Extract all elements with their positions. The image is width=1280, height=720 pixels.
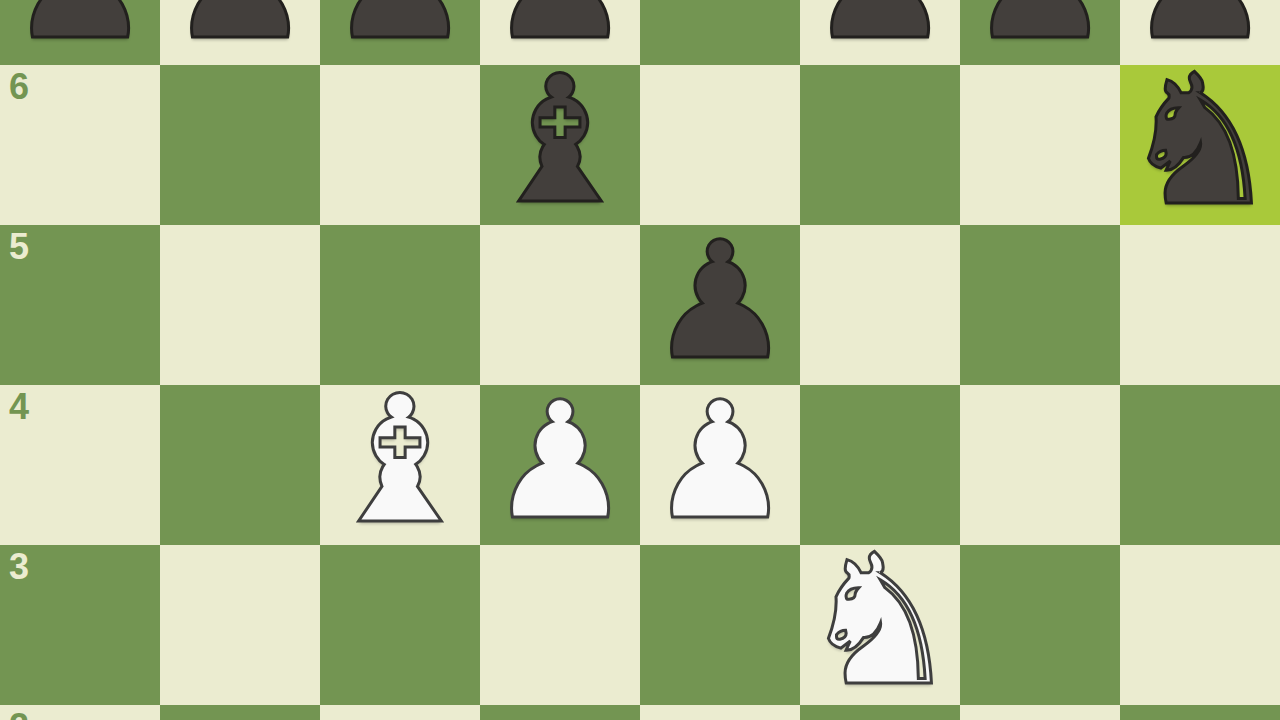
square-g7[interactable]: ♟ <box>960 0 1120 65</box>
square-h3[interactable] <box>1120 545 1280 705</box>
board-viewport: ♟♟♟♟♟♟♟6♝♞5♟4♝♟♟3♞2 <box>0 0 1280 720</box>
rank-label-5: 5 <box>9 229 29 265</box>
rank-label-3: 3 <box>9 549 29 585</box>
square-g3[interactable] <box>960 545 1120 705</box>
square-e4[interactable]: ♟ <box>640 385 800 545</box>
square-b7[interactable]: ♟ <box>160 0 320 65</box>
black-knight[interactable]: ♞ <box>1120 65 1280 225</box>
black-pawn[interactable]: ♟ <box>800 0 960 65</box>
square-c4[interactable]: ♝ <box>320 385 480 545</box>
square-c3[interactable] <box>320 545 480 705</box>
square-f3[interactable]: ♞ <box>800 545 960 705</box>
square-d4[interactable]: ♟ <box>480 385 640 545</box>
square-b2[interactable] <box>160 705 320 720</box>
square-h5[interactable] <box>1120 225 1280 385</box>
square-h6[interactable]: ♞ <box>1120 65 1280 225</box>
square-a2[interactable]: 2 <box>0 705 160 720</box>
square-f6[interactable] <box>800 65 960 225</box>
square-h2[interactable] <box>1120 705 1280 720</box>
square-d2[interactable] <box>480 705 640 720</box>
square-a6[interactable]: 6 <box>0 65 160 225</box>
black-pawn[interactable]: ♟ <box>160 0 320 65</box>
black-pawn[interactable]: ♟ <box>320 0 480 65</box>
rank-label-2: 2 <box>9 709 29 720</box>
square-g6[interactable] <box>960 65 1120 225</box>
square-f7[interactable]: ♟ <box>800 0 960 65</box>
black-pawn[interactable]: ♟ <box>0 0 160 65</box>
black-pawn[interactable]: ♟ <box>640 225 800 385</box>
square-c7[interactable]: ♟ <box>320 0 480 65</box>
square-b6[interactable] <box>160 65 320 225</box>
square-e6[interactable] <box>640 65 800 225</box>
square-c2[interactable] <box>320 705 480 720</box>
square-d5[interactable] <box>480 225 640 385</box>
square-b3[interactable] <box>160 545 320 705</box>
chess-board: ♟♟♟♟♟♟♟6♝♞5♟4♝♟♟3♞2 <box>0 0 1280 720</box>
square-e7[interactable] <box>640 0 800 65</box>
square-c6[interactable] <box>320 65 480 225</box>
square-e3[interactable] <box>640 545 800 705</box>
square-e5[interactable]: ♟ <box>640 225 800 385</box>
square-g5[interactable] <box>960 225 1120 385</box>
square-b4[interactable] <box>160 385 320 545</box>
black-pawn[interactable]: ♟ <box>960 0 1120 65</box>
square-d3[interactable] <box>480 545 640 705</box>
square-g2[interactable] <box>960 705 1120 720</box>
square-a4[interactable]: 4 <box>0 385 160 545</box>
square-a3[interactable]: 3 <box>0 545 160 705</box>
square-a5[interactable]: 5 <box>0 225 160 385</box>
black-bishop[interactable]: ♝ <box>480 65 640 225</box>
square-b5[interactable] <box>160 225 320 385</box>
square-f5[interactable] <box>800 225 960 385</box>
square-h4[interactable] <box>1120 385 1280 545</box>
white-pawn[interactable]: ♟ <box>640 385 800 545</box>
white-bishop[interactable]: ♝ <box>320 385 480 545</box>
rank-label-4: 4 <box>9 389 29 425</box>
square-a7[interactable]: ♟ <box>0 0 160 65</box>
square-g4[interactable] <box>960 385 1120 545</box>
square-e2[interactable] <box>640 705 800 720</box>
white-knight[interactable]: ♞ <box>800 545 960 705</box>
square-d6[interactable]: ♝ <box>480 65 640 225</box>
white-pawn[interactable]: ♟ <box>480 385 640 545</box>
